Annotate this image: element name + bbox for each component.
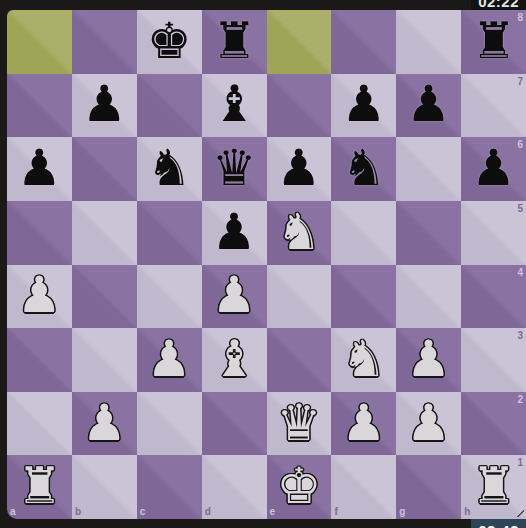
piece-black-pawn[interactable]: ♟	[341, 79, 386, 129]
square-h1[interactable]: ♜1h	[461, 455, 526, 519]
file-label-g: g	[399, 507, 405, 517]
square-g5[interactable]	[396, 201, 461, 265]
rank-label-2: 2	[517, 395, 523, 405]
square-b8[interactable]	[72, 10, 137, 74]
square-a7[interactable]	[7, 74, 72, 138]
square-c5[interactable]	[137, 201, 202, 265]
square-f3[interactable]: ♞	[331, 328, 396, 392]
rank-label-3: 3	[517, 331, 523, 341]
square-a4[interactable]: ♟	[7, 265, 72, 329]
piece-white-pawn[interactable]: ♟	[341, 398, 386, 448]
square-h7[interactable]: 7	[461, 74, 526, 138]
square-a2[interactable]	[7, 392, 72, 456]
clock-white: 02:43	[471, 519, 526, 528]
piece-white-pawn[interactable]: ♟	[147, 334, 192, 384]
piece-black-pawn[interactable]: ♟	[277, 143, 322, 193]
square-f8[interactable]	[331, 10, 396, 74]
square-g1[interactable]: g	[396, 455, 461, 519]
piece-black-pawn[interactable]: ♟	[17, 143, 62, 193]
piece-black-pawn[interactable]: ♟	[212, 207, 257, 257]
square-f6[interactable]: ♞	[331, 137, 396, 201]
square-a6[interactable]: ♟	[7, 137, 72, 201]
rank-label-7: 7	[517, 77, 523, 87]
square-d5[interactable]: ♟	[202, 201, 267, 265]
square-a5[interactable]	[7, 201, 72, 265]
square-f5[interactable]	[331, 201, 396, 265]
square-a8[interactable]	[7, 10, 72, 74]
square-e6[interactable]: ♟	[267, 137, 332, 201]
square-f1[interactable]: f	[331, 455, 396, 519]
square-g4[interactable]	[396, 265, 461, 329]
square-e4[interactable]	[267, 265, 332, 329]
piece-black-pawn[interactable]: ♟	[471, 143, 516, 193]
square-c1[interactable]: c	[137, 455, 202, 519]
piece-black-king[interactable]: ♚	[147, 16, 192, 66]
piece-white-rook[interactable]: ♜	[17, 461, 62, 511]
piece-white-rook[interactable]: ♜	[471, 461, 516, 511]
piece-white-king[interactable]: ♚	[277, 461, 322, 511]
piece-black-queen[interactable]: ♛	[212, 143, 257, 193]
square-g2[interactable]: ♟	[396, 392, 461, 456]
square-g8[interactable]	[396, 10, 461, 74]
file-label-e: e	[270, 507, 276, 517]
square-b7[interactable]: ♟	[72, 74, 137, 138]
square-h6[interactable]: ♟6	[461, 137, 526, 201]
square-c2[interactable]	[137, 392, 202, 456]
rank-label-5: 5	[517, 204, 523, 214]
file-label-h: h	[464, 507, 470, 517]
square-g6[interactable]	[396, 137, 461, 201]
square-d2[interactable]	[202, 392, 267, 456]
piece-white-pawn[interactable]: ♟	[406, 398, 451, 448]
square-e7[interactable]	[267, 74, 332, 138]
square-h2[interactable]: 2	[461, 392, 526, 456]
square-a3[interactable]	[7, 328, 72, 392]
piece-white-pawn[interactable]: ♟	[406, 334, 451, 384]
square-h8[interactable]: ♜8	[461, 10, 526, 74]
chess-board: ♚♜♜8♟♝♟♟7♟♞♛♟♞♟6♟♞5♟♟4♟♝♞♟3♟♛♟♟2♜abcd♚ef…	[7, 10, 526, 519]
square-d8[interactable]: ♜	[202, 10, 267, 74]
rank-label-4: 4	[517, 268, 523, 278]
piece-black-rook[interactable]: ♜	[212, 16, 257, 66]
piece-black-rook[interactable]: ♜	[471, 16, 516, 66]
square-e2[interactable]: ♛	[267, 392, 332, 456]
square-f2[interactable]: ♟	[331, 392, 396, 456]
piece-black-knight[interactable]: ♞	[341, 143, 386, 193]
piece-white-knight[interactable]: ♞	[277, 207, 322, 257]
piece-black-knight[interactable]: ♞	[147, 143, 192, 193]
square-e3[interactable]	[267, 328, 332, 392]
square-d3[interactable]: ♝	[202, 328, 267, 392]
file-label-c: c	[140, 507, 146, 517]
square-b4[interactable]	[72, 265, 137, 329]
piece-white-pawn[interactable]: ♟	[212, 270, 257, 320]
square-c8[interactable]: ♚	[137, 10, 202, 74]
square-c4[interactable]	[137, 265, 202, 329]
square-b5[interactable]	[72, 201, 137, 265]
square-h4[interactable]: 4	[461, 265, 526, 329]
square-b3[interactable]	[72, 328, 137, 392]
square-d6[interactable]: ♛	[202, 137, 267, 201]
square-e8[interactable]	[267, 10, 332, 74]
piece-black-bishop[interactable]: ♝	[212, 79, 257, 129]
piece-white-pawn[interactable]: ♟	[17, 270, 62, 320]
square-f4[interactable]	[331, 265, 396, 329]
square-g3[interactable]: ♟	[396, 328, 461, 392]
square-c7[interactable]	[137, 74, 202, 138]
square-d1[interactable]: d	[202, 455, 267, 519]
square-d7[interactable]: ♝	[202, 74, 267, 138]
square-b2[interactable]: ♟	[72, 392, 137, 456]
square-d4[interactable]: ♟	[202, 265, 267, 329]
piece-white-queen[interactable]: ♛	[277, 398, 322, 448]
square-e1[interactable]: ♚e	[267, 455, 332, 519]
rank-label-6: 6	[517, 140, 523, 150]
file-label-d: d	[205, 507, 211, 517]
piece-black-pawn[interactable]: ♟	[406, 79, 451, 129]
file-label-f: f	[334, 507, 337, 517]
piece-white-knight[interactable]: ♞	[341, 334, 386, 384]
square-f7[interactable]: ♟	[331, 74, 396, 138]
square-e5[interactable]: ♞	[267, 201, 332, 265]
rank-label-8: 8	[517, 13, 523, 23]
square-c6[interactable]: ♞	[137, 137, 202, 201]
file-label-a: a	[10, 507, 16, 517]
square-g7[interactable]: ♟	[396, 74, 461, 138]
square-b6[interactable]	[72, 137, 137, 201]
square-h3[interactable]: 3	[461, 328, 526, 392]
file-label-b: b	[75, 507, 81, 517]
rank-label-1: 1	[517, 458, 523, 468]
piece-black-pawn[interactable]: ♟	[82, 79, 127, 129]
square-a1[interactable]: ♜a	[7, 455, 72, 519]
square-c3[interactable]: ♟	[137, 328, 202, 392]
square-b1[interactable]: b	[72, 455, 137, 519]
piece-white-pawn[interactable]: ♟	[82, 398, 127, 448]
piece-white-bishop[interactable]: ♝	[212, 334, 257, 384]
game-screen: 02:22 ♚♜♜8♟♝♟♟7♟♞♛♟♞♟6♟♞5♟♟4♟♝♞♟3♟♛♟♟2♜a…	[0, 0, 526, 528]
square-h5[interactable]: 5	[461, 201, 526, 265]
